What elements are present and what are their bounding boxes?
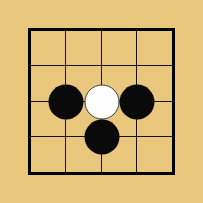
go-diagram <box>0 0 203 203</box>
stones-layer <box>31 31 172 172</box>
black-stone[interactable] <box>84 119 119 154</box>
go-board[interactable] <box>28 28 175 175</box>
black-stone[interactable] <box>119 84 154 119</box>
black-stone[interactable] <box>49 84 84 119</box>
white-stone[interactable] <box>84 84 119 119</box>
